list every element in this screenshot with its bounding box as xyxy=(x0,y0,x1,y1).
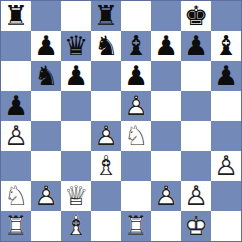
piece-white-rook[interactable]: ♜♖ xyxy=(1,211,31,241)
piece-white-pawn[interactable]: ♟♙ xyxy=(31,181,61,211)
square-h4[interactable] xyxy=(211,121,241,151)
square-g1[interactable]: ♚♔ xyxy=(181,211,211,241)
square-a5[interactable]: ♟ xyxy=(1,91,31,121)
piece-white-pawn[interactable]: ♟♙ xyxy=(121,91,151,121)
black-pawn-glyph: ♟ xyxy=(121,61,151,91)
square-a8[interactable]: ♜ xyxy=(1,1,31,31)
square-f7[interactable]: ♟ xyxy=(151,31,181,61)
piece-black-rook[interactable]: ♜ xyxy=(1,1,31,31)
white-bishop-outline: ♗ xyxy=(61,211,91,241)
square-g6[interactable] xyxy=(181,61,211,91)
square-f1[interactable] xyxy=(151,211,181,241)
square-h2[interactable] xyxy=(211,181,241,211)
black-queen-glyph: ♛ xyxy=(61,31,91,61)
square-h7[interactable]: ♝ xyxy=(211,31,241,61)
square-b1[interactable] xyxy=(31,211,61,241)
square-f3[interactable] xyxy=(151,151,181,181)
piece-white-queen[interactable]: ♛♕ xyxy=(61,181,91,211)
square-c5[interactable] xyxy=(61,91,91,121)
square-c1[interactable]: ♝♗ xyxy=(61,211,91,241)
white-bishop-outline: ♗ xyxy=(91,151,121,181)
square-d2[interactable] xyxy=(91,181,121,211)
square-d7[interactable]: ♞ xyxy=(91,31,121,61)
square-c4[interactable] xyxy=(61,121,91,151)
square-e3[interactable] xyxy=(121,151,151,181)
piece-black-knight[interactable]: ♞ xyxy=(91,31,121,61)
piece-black-pawn[interactable]: ♟ xyxy=(31,31,61,61)
square-e1[interactable]: ♜♖ xyxy=(121,211,151,241)
black-pawn-glyph: ♟ xyxy=(61,61,91,91)
square-f5[interactable] xyxy=(151,91,181,121)
piece-black-pawn[interactable]: ♟ xyxy=(61,61,91,91)
white-queen-outline: ♕ xyxy=(61,181,91,211)
white-knight-outline: ♘ xyxy=(1,181,31,211)
square-g8[interactable]: ♚ xyxy=(181,1,211,31)
white-pawn-outline: ♙ xyxy=(181,181,211,211)
piece-white-bishop[interactable]: ♝♗ xyxy=(91,151,121,181)
piece-white-pawn[interactable]: ♟♙ xyxy=(211,151,241,181)
chess-board: ♜♜♚♟♛♞♝♟♟♝♞♟♟♟♟♟♙♟♙♟♙♞♘♝♗♟♙♞♘♟♙♛♕♟♙♟♙♜♖♝… xyxy=(0,0,242,242)
square-g7[interactable]: ♟ xyxy=(181,31,211,61)
piece-black-rook[interactable]: ♜ xyxy=(91,1,121,31)
square-g3[interactable] xyxy=(181,151,211,181)
black-pawn-glyph: ♟ xyxy=(211,61,241,91)
black-knight-glyph: ♞ xyxy=(91,31,121,61)
square-b4[interactable] xyxy=(31,121,61,151)
square-c8[interactable] xyxy=(61,1,91,31)
white-pawn-outline: ♙ xyxy=(1,121,31,151)
piece-white-knight[interactable]: ♞♘ xyxy=(121,121,151,151)
white-knight-outline: ♘ xyxy=(121,121,151,151)
square-e7[interactable]: ♝ xyxy=(121,31,151,61)
square-h6[interactable]: ♟ xyxy=(211,61,241,91)
square-d4[interactable]: ♟♙ xyxy=(91,121,121,151)
square-g4[interactable] xyxy=(181,121,211,151)
piece-black-pawn[interactable]: ♟ xyxy=(1,91,31,121)
square-f4[interactable] xyxy=(151,121,181,151)
square-a7[interactable] xyxy=(1,31,31,61)
black-rook-glyph: ♜ xyxy=(91,1,121,31)
square-a2[interactable]: ♞♘ xyxy=(1,181,31,211)
square-e8[interactable] xyxy=(121,1,151,31)
piece-black-king[interactable]: ♚ xyxy=(181,1,211,31)
square-d6[interactable] xyxy=(91,61,121,91)
piece-white-pawn[interactable]: ♟♙ xyxy=(1,121,31,151)
black-pawn-glyph: ♟ xyxy=(181,31,211,61)
white-rook-outline: ♖ xyxy=(121,211,151,241)
piece-black-bishop[interactable]: ♝ xyxy=(211,31,241,61)
square-c3[interactable] xyxy=(61,151,91,181)
square-h8[interactable] xyxy=(211,1,241,31)
square-h5[interactable] xyxy=(211,91,241,121)
piece-black-pawn[interactable]: ♟ xyxy=(211,61,241,91)
square-e6[interactable]: ♟ xyxy=(121,61,151,91)
white-pawn-outline: ♙ xyxy=(31,181,61,211)
black-rook-glyph: ♜ xyxy=(1,1,31,31)
square-f6[interactable] xyxy=(151,61,181,91)
piece-black-queen[interactable]: ♛ xyxy=(61,31,91,61)
piece-white-pawn[interactable]: ♟♙ xyxy=(181,181,211,211)
square-a4[interactable]: ♟♙ xyxy=(1,121,31,151)
square-f8[interactable] xyxy=(151,1,181,31)
piece-white-pawn[interactable]: ♟♙ xyxy=(91,121,121,151)
piece-white-bishop[interactable]: ♝♗ xyxy=(61,211,91,241)
square-d3[interactable]: ♝♗ xyxy=(91,151,121,181)
square-b8[interactable] xyxy=(31,1,61,31)
square-b3[interactable] xyxy=(31,151,61,181)
square-c7[interactable]: ♛ xyxy=(61,31,91,61)
square-c2[interactable]: ♛♕ xyxy=(61,181,91,211)
square-b6[interactable]: ♞ xyxy=(31,61,61,91)
square-a1[interactable]: ♜♖ xyxy=(1,211,31,241)
square-e2[interactable] xyxy=(121,181,151,211)
square-f2[interactable]: ♟♙ xyxy=(151,181,181,211)
square-g5[interactable] xyxy=(181,91,211,121)
square-d8[interactable]: ♜ xyxy=(91,1,121,31)
piece-black-pawn[interactable]: ♟ xyxy=(121,61,151,91)
piece-white-knight[interactable]: ♞♘ xyxy=(1,181,31,211)
white-king-outline: ♔ xyxy=(181,211,211,241)
square-d1[interactable] xyxy=(91,211,121,241)
square-c6[interactable]: ♟ xyxy=(61,61,91,91)
black-pawn-glyph: ♟ xyxy=(31,31,61,61)
piece-black-bishop[interactable]: ♝ xyxy=(121,31,151,61)
square-e5[interactable]: ♟♙ xyxy=(121,91,151,121)
black-pawn-glyph: ♟ xyxy=(151,31,181,61)
square-d5[interactable] xyxy=(91,91,121,121)
white-rook-outline: ♖ xyxy=(1,211,31,241)
piece-white-king[interactable]: ♚♔ xyxy=(181,211,211,241)
square-b5[interactable] xyxy=(31,91,61,121)
square-b2[interactable]: ♟♙ xyxy=(31,181,61,211)
piece-black-pawn[interactable]: ♟ xyxy=(151,31,181,61)
piece-white-rook[interactable]: ♜♖ xyxy=(121,211,151,241)
black-king-glyph: ♚ xyxy=(181,1,211,31)
black-bishop-glyph: ♝ xyxy=(211,31,241,61)
square-b7[interactable]: ♟ xyxy=(31,31,61,61)
black-bishop-glyph: ♝ xyxy=(121,31,151,61)
white-pawn-outline: ♙ xyxy=(121,91,151,121)
piece-black-pawn[interactable]: ♟ xyxy=(181,31,211,61)
white-pawn-outline: ♙ xyxy=(91,121,121,151)
square-g2[interactable]: ♟♙ xyxy=(181,181,211,211)
square-h3[interactable]: ♟♙ xyxy=(211,151,241,181)
square-e4[interactable]: ♞♘ xyxy=(121,121,151,151)
piece-white-pawn[interactable]: ♟♙ xyxy=(151,181,181,211)
black-pawn-glyph: ♟ xyxy=(1,91,31,121)
white-pawn-outline: ♙ xyxy=(151,181,181,211)
square-h1[interactable] xyxy=(211,211,241,241)
square-a6[interactable] xyxy=(1,61,31,91)
black-knight-glyph: ♞ xyxy=(31,61,61,91)
piece-black-knight[interactable]: ♞ xyxy=(31,61,61,91)
square-a3[interactable] xyxy=(1,151,31,181)
white-pawn-outline: ♙ xyxy=(211,151,241,181)
